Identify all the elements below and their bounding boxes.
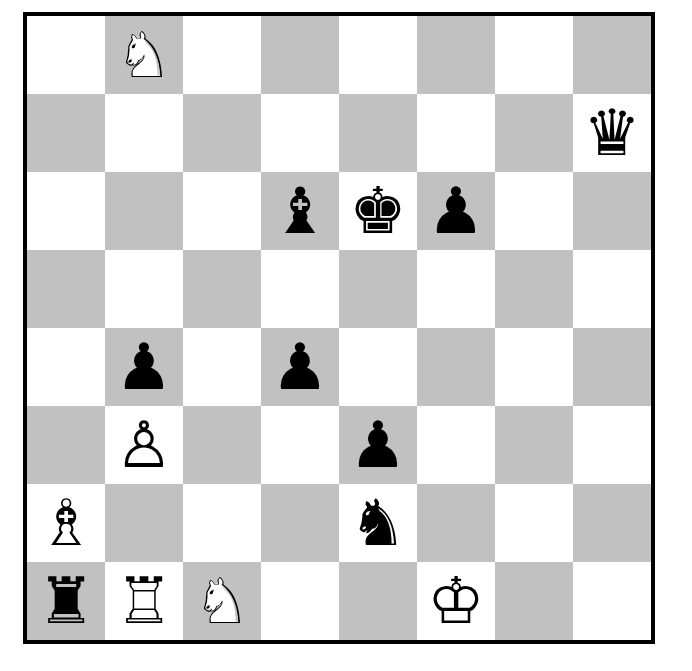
piece-glyph: ♟ <box>261 328 339 406</box>
square-e6[interactable]: ♚ <box>339 172 417 250</box>
square-b5[interactable] <box>105 250 183 328</box>
piece-black-pawn: ♟ <box>339 406 417 484</box>
square-h7[interactable]: ♛ <box>573 94 651 172</box>
piece-white-pawn: ♟♙ <box>105 406 183 484</box>
square-d7[interactable] <box>261 94 339 172</box>
square-d8[interactable] <box>261 16 339 94</box>
piece-glyph: ♘ <box>183 562 261 640</box>
square-a2[interactable]: ♝♗ <box>27 484 105 562</box>
square-h2[interactable] <box>573 484 651 562</box>
square-f2[interactable] <box>417 484 495 562</box>
square-e2[interactable]: ♞ <box>339 484 417 562</box>
square-g3[interactable] <box>495 406 573 484</box>
square-c4[interactable] <box>183 328 261 406</box>
square-c1[interactable]: ♞♘ <box>183 562 261 640</box>
piece-black-bishop: ♝ <box>261 172 339 250</box>
square-c2[interactable] <box>183 484 261 562</box>
square-g4[interactable] <box>495 328 573 406</box>
piece-glyph: ♚ <box>339 172 417 250</box>
piece-glyph: ♖ <box>105 562 183 640</box>
piece-black-rook: ♜ <box>27 562 105 640</box>
piece-black-queen: ♛ <box>573 94 651 172</box>
square-d3[interactable] <box>261 406 339 484</box>
square-b3[interactable]: ♟♙ <box>105 406 183 484</box>
square-h5[interactable] <box>573 250 651 328</box>
piece-glyph: ♛ <box>573 94 651 172</box>
piece-glyph: ♘ <box>105 16 183 94</box>
square-b2[interactable] <box>105 484 183 562</box>
square-g6[interactable] <box>495 172 573 250</box>
piece-black-pawn: ♟ <box>105 328 183 406</box>
square-h6[interactable] <box>573 172 651 250</box>
square-e7[interactable] <box>339 94 417 172</box>
piece-white-bishop: ♝♗ <box>27 484 105 562</box>
piece-black-knight: ♞ <box>339 484 417 562</box>
square-e8[interactable] <box>339 16 417 94</box>
piece-glyph: ♔ <box>417 562 495 640</box>
piece-black-king: ♚ <box>339 172 417 250</box>
piece-black-pawn: ♟ <box>261 328 339 406</box>
square-a4[interactable] <box>27 328 105 406</box>
piece-glyph: ♝ <box>261 172 339 250</box>
square-d1[interactable] <box>261 562 339 640</box>
square-b4[interactable]: ♟ <box>105 328 183 406</box>
square-c7[interactable] <box>183 94 261 172</box>
square-a6[interactable] <box>27 172 105 250</box>
square-b7[interactable] <box>105 94 183 172</box>
square-f1[interactable]: ♚♔ <box>417 562 495 640</box>
square-d4[interactable]: ♟ <box>261 328 339 406</box>
square-h3[interactable] <box>573 406 651 484</box>
square-h1[interactable] <box>573 562 651 640</box>
square-f4[interactable] <box>417 328 495 406</box>
square-g2[interactable] <box>495 484 573 562</box>
piece-glyph: ♟ <box>105 328 183 406</box>
piece-glyph: ♟ <box>339 406 417 484</box>
square-a3[interactable] <box>27 406 105 484</box>
square-h4[interactable] <box>573 328 651 406</box>
square-g8[interactable] <box>495 16 573 94</box>
piece-white-knight: ♞♘ <box>105 16 183 94</box>
chess-board: ♞♘♛♝♚♟♟♟♟♙♟♝♗♞♜♜♖♞♘♚♔ <box>23 12 655 644</box>
piece-white-king: ♚♔ <box>417 562 495 640</box>
square-g1[interactable] <box>495 562 573 640</box>
piece-black-pawn: ♟ <box>417 172 495 250</box>
square-a8[interactable] <box>27 16 105 94</box>
square-h8[interactable] <box>573 16 651 94</box>
piece-glyph: ♜ <box>27 562 105 640</box>
square-g7[interactable] <box>495 94 573 172</box>
square-f3[interactable] <box>417 406 495 484</box>
square-e4[interactable] <box>339 328 417 406</box>
piece-glyph: ♗ <box>27 484 105 562</box>
piece-glyph: ♙ <box>105 406 183 484</box>
piece-white-rook: ♜♖ <box>105 562 183 640</box>
square-c6[interactable] <box>183 172 261 250</box>
square-a5[interactable] <box>27 250 105 328</box>
square-b6[interactable] <box>105 172 183 250</box>
square-c3[interactable] <box>183 406 261 484</box>
square-e3[interactable]: ♟ <box>339 406 417 484</box>
square-d6[interactable]: ♝ <box>261 172 339 250</box>
square-b8[interactable]: ♞♘ <box>105 16 183 94</box>
square-d5[interactable] <box>261 250 339 328</box>
square-c5[interactable] <box>183 250 261 328</box>
piece-white-knight: ♞♘ <box>183 562 261 640</box>
square-a1[interactable]: ♜ <box>27 562 105 640</box>
square-f8[interactable] <box>417 16 495 94</box>
square-f5[interactable] <box>417 250 495 328</box>
square-e5[interactable] <box>339 250 417 328</box>
square-g5[interactable] <box>495 250 573 328</box>
square-c8[interactable] <box>183 16 261 94</box>
square-e1[interactable] <box>339 562 417 640</box>
square-f6[interactable]: ♟ <box>417 172 495 250</box>
square-a7[interactable] <box>27 94 105 172</box>
piece-glyph: ♟ <box>417 172 495 250</box>
square-b1[interactable]: ♜♖ <box>105 562 183 640</box>
square-f7[interactable] <box>417 94 495 172</box>
piece-glyph: ♞ <box>339 484 417 562</box>
square-d2[interactable] <box>261 484 339 562</box>
